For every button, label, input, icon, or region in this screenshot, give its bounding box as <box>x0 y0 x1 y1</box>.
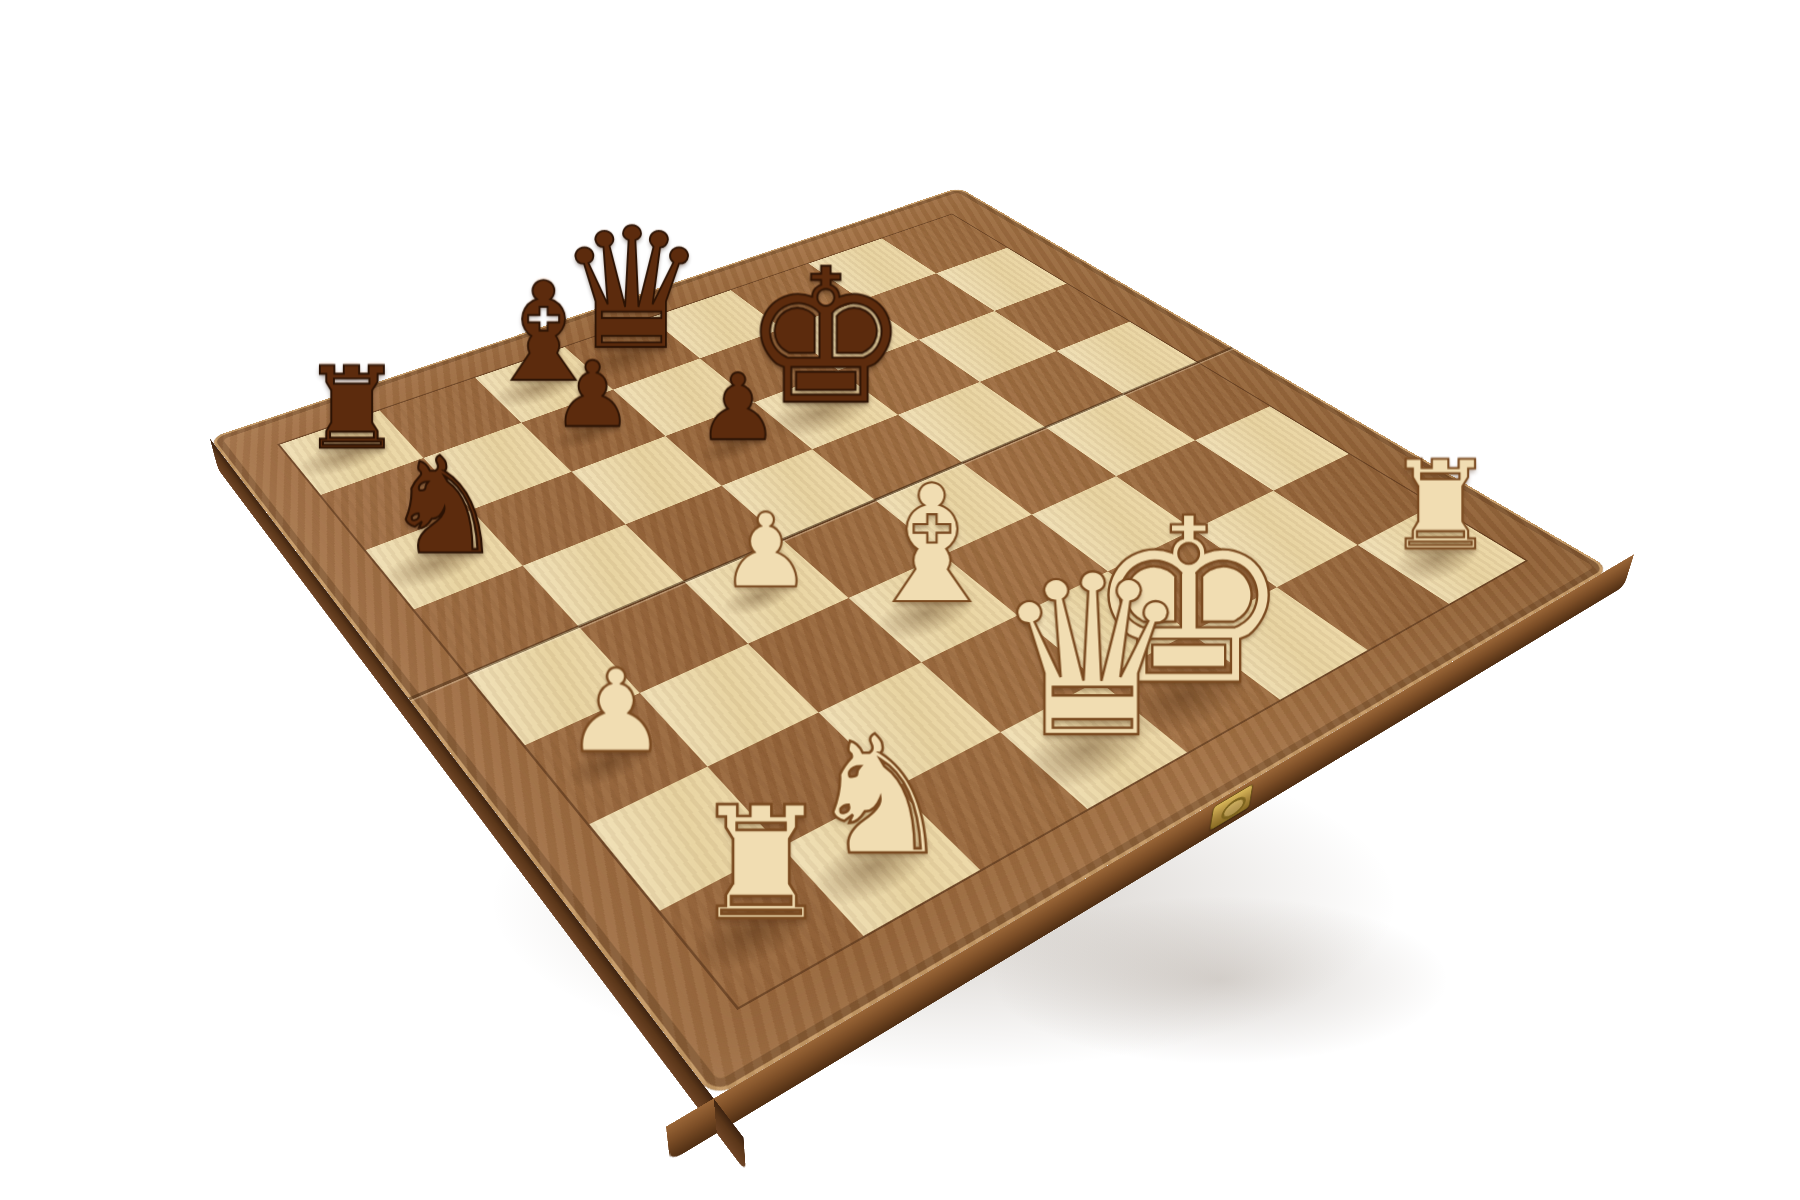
white-queen[interactable]: ♛ <box>993 546 1193 769</box>
white-pawn[interactable]: ♟ <box>564 655 667 770</box>
white-pawn[interactable]: ♟ <box>720 500 812 603</box>
white-bishop[interactable]: ♝ <box>860 464 1005 626</box>
black-knight[interactable]: ♞ <box>384 440 504 574</box>
white-rook[interactable]: ♜ <box>1386 445 1496 568</box>
white-rook[interactable]: ♜ <box>691 786 831 942</box>
product-photo-stage: ♜♝♛♟♞♟♚♟♟♝♞♜♛♚♜ <box>0 0 1800 1200</box>
